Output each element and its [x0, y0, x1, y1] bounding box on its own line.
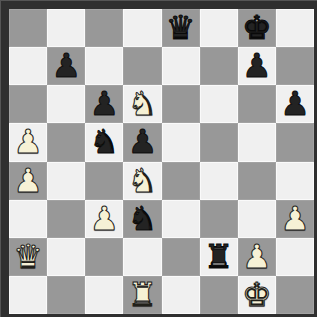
square-c6[interactable]: ♟: [85, 85, 123, 123]
black-pawn-piece: ♟: [242, 47, 272, 85]
square-e4[interactable]: [162, 162, 200, 200]
square-c8[interactable]: [85, 9, 123, 47]
square-g3[interactable]: [238, 200, 276, 238]
square-f2[interactable]: ♜: [200, 238, 238, 276]
square-a2[interactable]: ♛: [9, 238, 47, 276]
square-a6[interactable]: [9, 85, 47, 123]
square-b6[interactable]: [47, 85, 85, 123]
square-f8[interactable]: [200, 9, 238, 47]
square-g8[interactable]: ♚: [238, 9, 276, 47]
square-a5[interactable]: ♟: [9, 123, 47, 161]
square-c1[interactable]: [85, 276, 123, 314]
square-g6[interactable]: [238, 85, 276, 123]
square-b2[interactable]: [47, 238, 85, 276]
square-a8[interactable]: [9, 9, 47, 47]
square-h2[interactable]: [276, 238, 314, 276]
square-b3[interactable]: [47, 200, 85, 238]
square-d7[interactable]: [123, 47, 161, 85]
chess-board-frame: ♛♚♟♟♟♞♟♟♞♟♟♞♟♞♟♛♜♟♜♚: [0, 0, 317, 317]
square-d5[interactable]: ♟: [123, 123, 161, 161]
white-rook-piece: ♜: [128, 276, 158, 314]
square-h8[interactable]: [276, 9, 314, 47]
square-d6[interactable]: ♞: [123, 85, 161, 123]
square-h3[interactable]: ♟: [276, 200, 314, 238]
chess-board: ♛♚♟♟♟♞♟♟♞♟♟♞♟♞♟♛♜♟♜♚: [9, 9, 314, 314]
square-b4[interactable]: [47, 162, 85, 200]
square-a4[interactable]: ♟: [9, 162, 47, 200]
square-f1[interactable]: [200, 276, 238, 314]
white-pawn-piece: ♟: [90, 200, 120, 238]
black-knight-piece: ♞: [128, 200, 158, 238]
square-e6[interactable]: [162, 85, 200, 123]
square-h1[interactable]: [276, 276, 314, 314]
square-h4[interactable]: [276, 162, 314, 200]
square-e2[interactable]: [162, 238, 200, 276]
white-pawn-piece: ♟: [242, 238, 272, 276]
square-a1[interactable]: [9, 276, 47, 314]
white-knight-piece: ♞: [128, 85, 158, 123]
square-e7[interactable]: [162, 47, 200, 85]
black-pawn-piece: ♟: [128, 123, 158, 161]
square-h6[interactable]: ♟: [276, 85, 314, 123]
square-h7[interactable]: [276, 47, 314, 85]
square-e3[interactable]: [162, 200, 200, 238]
black-pawn-piece: ♟: [280, 85, 310, 123]
square-g7[interactable]: ♟: [238, 47, 276, 85]
square-d2[interactable]: [123, 238, 161, 276]
black-rook-piece: ♜: [204, 238, 234, 276]
white-pawn-piece: ♟: [13, 123, 43, 161]
square-a7[interactable]: [9, 47, 47, 85]
square-g5[interactable]: [238, 123, 276, 161]
square-c2[interactable]: [85, 238, 123, 276]
square-b5[interactable]: [47, 123, 85, 161]
square-g1[interactable]: ♚: [238, 276, 276, 314]
square-h5[interactable]: [276, 123, 314, 161]
square-d8[interactable]: [123, 9, 161, 47]
white-pawn-piece: ♟: [280, 200, 310, 238]
square-g4[interactable]: [238, 162, 276, 200]
square-a3[interactable]: [9, 200, 47, 238]
square-e1[interactable]: [162, 276, 200, 314]
black-pawn-piece: ♟: [90, 85, 120, 123]
white-knight-piece: ♞: [128, 162, 158, 200]
white-king-piece: ♚: [242, 276, 272, 314]
square-c3[interactable]: ♟: [85, 200, 123, 238]
square-e8[interactable]: ♛: [162, 9, 200, 47]
square-d3[interactable]: ♞: [123, 200, 161, 238]
black-pawn-piece: ♟: [51, 47, 81, 85]
black-king-piece: ♚: [242, 9, 272, 47]
square-f3[interactable]: [200, 200, 238, 238]
square-b7[interactable]: ♟: [47, 47, 85, 85]
square-b8[interactable]: [47, 9, 85, 47]
square-f4[interactable]: [200, 162, 238, 200]
square-e5[interactable]: [162, 123, 200, 161]
square-g2[interactable]: ♟: [238, 238, 276, 276]
black-knight-piece: ♞: [90, 123, 120, 161]
white-pawn-piece: ♟: [13, 162, 43, 200]
black-queen-piece: ♛: [166, 9, 196, 47]
square-c7[interactable]: [85, 47, 123, 85]
square-d4[interactable]: ♞: [123, 162, 161, 200]
square-c5[interactable]: ♞: [85, 123, 123, 161]
white-queen-piece: ♛: [13, 238, 43, 276]
square-c4[interactable]: [85, 162, 123, 200]
square-d1[interactable]: ♜: [123, 276, 161, 314]
square-f7[interactable]: [200, 47, 238, 85]
square-f6[interactable]: [200, 85, 238, 123]
square-f5[interactable]: [200, 123, 238, 161]
square-b1[interactable]: [47, 276, 85, 314]
